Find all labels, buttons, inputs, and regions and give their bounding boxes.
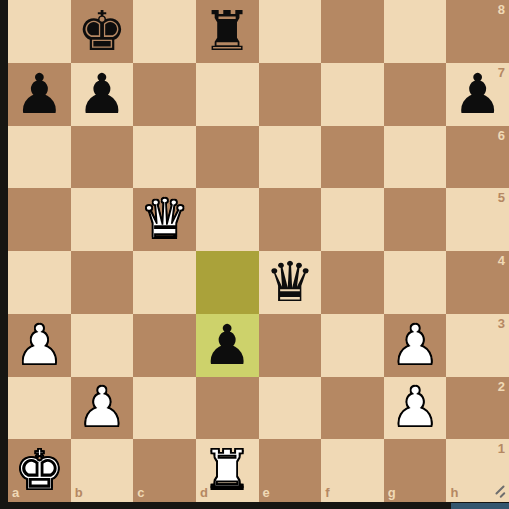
square-e8[interactable] xyxy=(259,0,322,63)
white-queen-c5[interactable]: ♛ xyxy=(133,188,196,251)
square-b2[interactable]: ♟ xyxy=(71,377,134,440)
square-d4[interactable] xyxy=(196,251,259,314)
square-e5[interactable] xyxy=(259,188,322,251)
square-e1[interactable]: e xyxy=(259,439,322,502)
square-g8[interactable] xyxy=(384,0,447,63)
square-g1[interactable]: g xyxy=(384,439,447,502)
square-d7[interactable] xyxy=(196,63,259,126)
square-b5[interactable] xyxy=(71,188,134,251)
square-d8[interactable]: ♜ xyxy=(196,0,259,63)
square-h5[interactable]: 5 xyxy=(446,188,509,251)
black-pawn-h7[interactable]: ♟ xyxy=(446,63,509,126)
black-pawn-d3[interactable]: ♟ xyxy=(196,314,259,377)
square-d1[interactable]: ♜d xyxy=(196,439,259,502)
square-d2[interactable] xyxy=(196,377,259,440)
square-b3[interactable] xyxy=(71,314,134,377)
square-g5[interactable] xyxy=(384,188,447,251)
square-f7[interactable] xyxy=(321,63,384,126)
square-a8[interactable] xyxy=(8,0,71,63)
square-f1[interactable]: f xyxy=(321,439,384,502)
white-king-a1[interactable]: ♚ xyxy=(8,439,71,502)
square-c3[interactable] xyxy=(133,314,196,377)
rank-label-4: 4 xyxy=(498,254,505,267)
square-a4[interactable] xyxy=(8,251,71,314)
square-h3[interactable]: 3 xyxy=(446,314,509,377)
rank-label-5: 5 xyxy=(498,191,505,204)
square-d5[interactable] xyxy=(196,188,259,251)
square-e2[interactable] xyxy=(259,377,322,440)
square-c7[interactable] xyxy=(133,63,196,126)
file-label-f: f xyxy=(325,486,329,499)
square-a6[interactable] xyxy=(8,126,71,189)
square-b8[interactable]: ♚ xyxy=(71,0,134,63)
rank-label-3: 3 xyxy=(498,317,505,330)
white-pawn-g2[interactable]: ♟ xyxy=(384,377,447,440)
file-label-b: b xyxy=(75,486,83,499)
square-e3[interactable] xyxy=(259,314,322,377)
square-h4[interactable]: 4 xyxy=(446,251,509,314)
square-f8[interactable] xyxy=(321,0,384,63)
black-pawn-a7[interactable]: ♟ xyxy=(8,63,71,126)
square-f3[interactable] xyxy=(321,314,384,377)
square-d3[interactable]: ♟ xyxy=(196,314,259,377)
square-h2[interactable]: 2 xyxy=(446,377,509,440)
square-a3[interactable]: ♟ xyxy=(8,314,71,377)
square-h7[interactable]: ♟7 xyxy=(446,63,509,126)
square-g4[interactable] xyxy=(384,251,447,314)
square-a7[interactable]: ♟ xyxy=(8,63,71,126)
square-f4[interactable] xyxy=(321,251,384,314)
rank-label-8: 8 xyxy=(498,3,505,16)
square-a1[interactable]: ♚a xyxy=(8,439,71,502)
board-resize-grip-icon[interactable] xyxy=(492,485,506,498)
white-rook-d1[interactable]: ♜ xyxy=(196,439,259,502)
black-queen-e4[interactable]: ♛ xyxy=(259,251,322,314)
square-f6[interactable] xyxy=(321,126,384,189)
square-g2[interactable]: ♟ xyxy=(384,377,447,440)
black-rook-d8[interactable]: ♜ xyxy=(196,0,259,63)
rank-label-2: 2 xyxy=(498,380,505,393)
square-g3[interactable]: ♟ xyxy=(384,314,447,377)
file-label-h: h xyxy=(450,486,458,499)
file-label-e: e xyxy=(263,486,270,499)
square-a5[interactable] xyxy=(8,188,71,251)
bottom-scrollbar-track xyxy=(0,502,509,509)
square-b4[interactable] xyxy=(71,251,134,314)
black-pawn-b7[interactable]: ♟ xyxy=(71,63,134,126)
square-h6[interactable]: 6 xyxy=(446,126,509,189)
horizontal-scrollbar-thumb[interactable] xyxy=(451,503,509,509)
square-e4[interactable]: ♛ xyxy=(259,251,322,314)
white-pawn-a3[interactable]: ♟ xyxy=(8,314,71,377)
chess-board[interactable]: ♚♜8♟♟♟76♛5♛4♟♟♟3♟♟2♚abc♜defg1h xyxy=(8,0,509,502)
file-label-g: g xyxy=(388,486,396,499)
square-c5[interactable]: ♛ xyxy=(133,188,196,251)
square-b7[interactable]: ♟ xyxy=(71,63,134,126)
square-f2[interactable] xyxy=(321,377,384,440)
black-king-b8[interactable]: ♚ xyxy=(71,0,134,63)
white-pawn-g3[interactable]: ♟ xyxy=(384,314,447,377)
white-pawn-b2[interactable]: ♟ xyxy=(71,377,134,440)
square-d6[interactable] xyxy=(196,126,259,189)
square-e6[interactable] xyxy=(259,126,322,189)
square-f5[interactable] xyxy=(321,188,384,251)
square-c2[interactable] xyxy=(133,377,196,440)
square-c1[interactable]: c xyxy=(133,439,196,502)
square-b1[interactable]: b xyxy=(71,439,134,502)
square-c8[interactable] xyxy=(133,0,196,63)
square-c4[interactable] xyxy=(133,251,196,314)
square-g6[interactable] xyxy=(384,126,447,189)
rank-label-1: 1 xyxy=(498,442,505,455)
rank-label-6: 6 xyxy=(498,129,505,142)
square-e7[interactable] xyxy=(259,63,322,126)
square-g7[interactable] xyxy=(384,63,447,126)
file-label-c: c xyxy=(137,486,144,499)
square-c6[interactable] xyxy=(133,126,196,189)
square-a2[interactable] xyxy=(8,377,71,440)
square-b6[interactable] xyxy=(71,126,134,189)
square-h8[interactable]: 8 xyxy=(446,0,509,63)
